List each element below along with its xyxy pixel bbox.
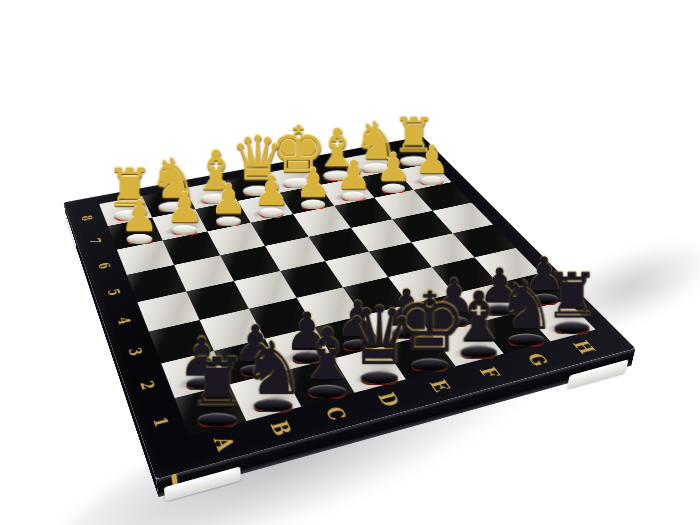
gold-pawn-icon: ♟ (295, 163, 331, 203)
piece-pedestal-base (308, 385, 346, 398)
piece-pedestal-base (361, 371, 398, 384)
piece-pedestal-base (127, 234, 152, 244)
piece-pedestal-base (382, 184, 405, 193)
gold-pawn-icon: ♟ (376, 148, 411, 187)
chessboard: 87654321ABCDEFGH ♜♞♝♛♚♝♞♜♟♟♟♟♟♟♟♟♟♟♟♟♟♟♟… (64, 136, 636, 479)
gold-pawn-icon: ♟ (210, 179, 247, 220)
dark-rook-icon: ♜ (187, 349, 249, 418)
gold-pawn-icon: ♟ (336, 155, 372, 195)
piece-gold-pawn-a7: ♟ (108, 217, 163, 249)
gold-pawn-icon: ♟ (253, 171, 290, 212)
piece-pedestal-base (420, 176, 443, 185)
dark-knight-icon: ♞ (241, 331, 306, 403)
piece-pedestal-base (411, 358, 448, 371)
piece-pedestal-base (554, 322, 589, 334)
piece-pedestal-base (301, 200, 325, 209)
piece-pedestal-base (172, 225, 197, 235)
gold-pawn-icon: ♟ (415, 141, 450, 180)
gold-pawn-icon: ♟ (120, 195, 158, 238)
piece-pedestal-base (254, 399, 293, 412)
piece-pedestal-base (259, 208, 283, 217)
product-photo-scene: 87654321ABCDEFGH ♜♞♝♛♚♝♞♜♟♟♟♟♟♟♟♟♟♟♟♟♟♟♟… (0, 0, 700, 525)
piece-pedestal-base (342, 192, 366, 201)
piece-pedestal-base (198, 413, 237, 427)
gold-pawn-icon: ♟ (166, 187, 204, 229)
piece-pedestal-base (216, 216, 240, 225)
board-foot-near-right (567, 359, 629, 389)
piece-pedestal-base (508, 334, 544, 346)
